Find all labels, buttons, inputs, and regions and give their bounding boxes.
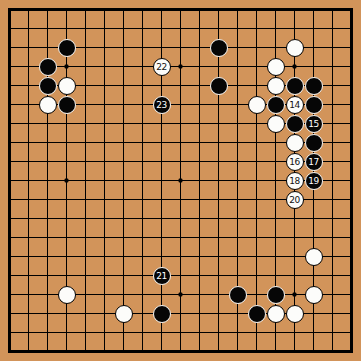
go-stone-black xyxy=(153,305,171,323)
go-stone-black xyxy=(267,286,285,304)
go-stone-black-15: 15 xyxy=(305,115,323,133)
go-stone-white-18: 18 xyxy=(286,172,304,190)
go-stone-white-16: 16 xyxy=(286,153,304,171)
move-number-label: 15 xyxy=(308,119,318,129)
go-stone-black xyxy=(39,77,57,95)
go-stone-black xyxy=(210,77,228,95)
go-stone-white xyxy=(267,77,285,95)
go-stone-white xyxy=(58,286,76,304)
go-stone-black xyxy=(210,39,228,57)
go-stone-black xyxy=(58,39,76,57)
go-stone-white xyxy=(115,305,133,323)
go-stone-black-21: 21 xyxy=(153,267,171,285)
go-stone-black xyxy=(286,77,304,95)
go-stone-black xyxy=(229,286,247,304)
go-stone-white xyxy=(248,96,266,114)
go-stone-white-20: 20 xyxy=(286,191,304,209)
stones-layer: 22231415161718192021 xyxy=(0,0,361,361)
go-stone-white xyxy=(267,305,285,323)
move-number-label: 20 xyxy=(289,195,299,205)
go-stone-black xyxy=(286,115,304,133)
go-stone-white xyxy=(267,115,285,133)
move-number-label: 21 xyxy=(156,271,166,281)
go-stone-white xyxy=(39,96,57,114)
move-number-label: 18 xyxy=(289,176,299,186)
go-stone-white xyxy=(286,39,304,57)
go-stone-black-17: 17 xyxy=(305,153,323,171)
go-stone-white xyxy=(267,58,285,76)
go-stone-white xyxy=(286,305,304,323)
go-stone-black xyxy=(267,96,285,114)
go-stone-black xyxy=(58,96,76,114)
go-stone-white xyxy=(286,134,304,152)
go-stone-black xyxy=(305,77,323,95)
go-stone-black-19: 19 xyxy=(305,172,323,190)
move-number-label: 19 xyxy=(308,176,318,186)
go-stone-white-14: 14 xyxy=(286,96,304,114)
move-number-label: 17 xyxy=(308,157,318,167)
go-stone-black xyxy=(248,305,266,323)
go-stone-black xyxy=(305,96,323,114)
go-stone-black xyxy=(305,134,323,152)
go-stone-black xyxy=(39,58,57,76)
go-stone-white-22: 22 xyxy=(153,58,171,76)
go-board: 22231415161718192021 xyxy=(0,0,361,361)
go-stone-white xyxy=(305,286,323,304)
go-stone-white xyxy=(305,248,323,266)
move-number-label: 14 xyxy=(289,100,299,110)
move-number-label: 23 xyxy=(156,100,166,110)
go-stone-black-23: 23 xyxy=(153,96,171,114)
move-number-label: 16 xyxy=(289,157,299,167)
move-number-label: 22 xyxy=(156,62,166,72)
go-stone-white xyxy=(58,77,76,95)
